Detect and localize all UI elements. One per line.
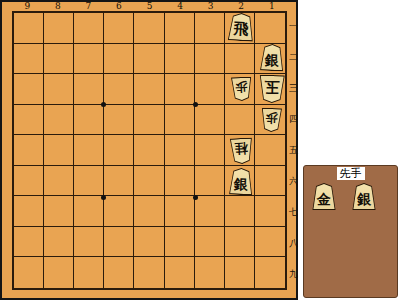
board-square-8-7[interactable] bbox=[44, 196, 74, 227]
board-square-6-1[interactable] bbox=[104, 13, 134, 44]
star-point bbox=[193, 195, 198, 200]
board-square-7-2[interactable] bbox=[74, 44, 104, 75]
piece-kanji: 桂 bbox=[234, 142, 248, 156]
file-label: 8 bbox=[43, 2, 74, 11]
rank-label: 一 bbox=[288, 11, 299, 42]
piece-gote-pawn-1-4[interactable]: 歩 bbox=[261, 107, 283, 132]
piece-gote-king-1-3[interactable]: 玉 bbox=[258, 74, 284, 102]
board-square-4-7[interactable] bbox=[165, 196, 195, 227]
board-square-3-5[interactable] bbox=[195, 135, 225, 166]
piece-kanji: 歩 bbox=[266, 111, 278, 123]
board-square-3-1[interactable] bbox=[195, 13, 225, 44]
board-square-8-6[interactable] bbox=[44, 166, 74, 197]
board-square-6-9[interactable] bbox=[104, 257, 134, 288]
board-square-1-1[interactable] bbox=[255, 13, 285, 44]
board-square-4-1[interactable] bbox=[165, 13, 195, 44]
board-square-5-9[interactable] bbox=[134, 257, 164, 288]
board-square-5-4[interactable] bbox=[134, 105, 164, 136]
board-square-5-5[interactable] bbox=[134, 135, 164, 166]
board-square-6-7[interactable] bbox=[104, 196, 134, 227]
piece-gote-knight-2-5[interactable]: 桂 bbox=[229, 137, 253, 164]
rank-label: 八 bbox=[288, 228, 299, 259]
board-square-8-4[interactable] bbox=[44, 105, 74, 136]
file-label: 2 bbox=[226, 2, 257, 11]
board-square-8-5[interactable] bbox=[44, 135, 74, 166]
board-square-2-7[interactable] bbox=[225, 196, 255, 227]
board-square-6-5[interactable] bbox=[104, 135, 134, 166]
star-point bbox=[193, 102, 198, 107]
file-label: 9 bbox=[12, 2, 43, 11]
sente-hand-panel: 先手 金銀 bbox=[303, 165, 398, 298]
board-square-5-3[interactable] bbox=[134, 74, 164, 105]
piece-kanji: 歩 bbox=[235, 80, 247, 92]
board-square-9-6[interactable] bbox=[14, 166, 44, 197]
board-square-4-4[interactable] bbox=[165, 105, 195, 136]
board-square-1-5[interactable] bbox=[255, 135, 285, 166]
piece-kanji: 玉 bbox=[264, 79, 279, 94]
rank-label: 二 bbox=[288, 42, 299, 73]
piece-kanji: 銀 bbox=[234, 176, 248, 190]
board-square-7-8[interactable] bbox=[74, 227, 104, 258]
board-square-8-2[interactable] bbox=[44, 44, 74, 75]
board-square-8-1[interactable] bbox=[44, 13, 74, 44]
rank-labels: 一二三四五六七八九 bbox=[288, 11, 299, 290]
board-square-4-8[interactable] bbox=[165, 227, 195, 258]
board-square-4-5[interactable] bbox=[165, 135, 195, 166]
board-square-9-7[interactable] bbox=[14, 196, 44, 227]
board-square-3-2[interactable] bbox=[195, 44, 225, 75]
board-square-3-6[interactable] bbox=[195, 166, 225, 197]
sente-hand-title: 先手 bbox=[337, 167, 365, 180]
file-label: 4 bbox=[165, 2, 196, 11]
board-square-4-3[interactable] bbox=[165, 74, 195, 105]
board-square-5-6[interactable] bbox=[134, 166, 164, 197]
board-square-7-1[interactable] bbox=[74, 13, 104, 44]
board-square-3-7[interactable] bbox=[195, 196, 225, 227]
file-label: 3 bbox=[195, 2, 226, 11]
rank-label: 五 bbox=[288, 135, 299, 166]
hand-piece-silver[interactable]: 銀 bbox=[352, 183, 376, 210]
board-square-8-3[interactable] bbox=[44, 74, 74, 105]
board-square-7-9[interactable] bbox=[74, 257, 104, 288]
board-square-2-2[interactable] bbox=[225, 44, 255, 75]
board-square-6-3[interactable] bbox=[104, 74, 134, 105]
board-square-5-1[interactable] bbox=[134, 13, 164, 44]
board-square-7-5[interactable] bbox=[74, 135, 104, 166]
board-square-4-2[interactable] bbox=[165, 44, 195, 75]
board-square-5-8[interactable] bbox=[134, 227, 164, 258]
board-square-6-8[interactable] bbox=[104, 227, 134, 258]
board-square-7-3[interactable] bbox=[74, 74, 104, 105]
board-square-1-9[interactable] bbox=[255, 257, 285, 288]
piece-kanji: 銀 bbox=[264, 52, 278, 66]
rank-label: 七 bbox=[288, 197, 299, 228]
board-square-9-2[interactable] bbox=[14, 44, 44, 75]
board-square-8-9[interactable] bbox=[44, 257, 74, 288]
rank-label: 四 bbox=[288, 104, 299, 135]
board-square-8-8[interactable] bbox=[44, 227, 74, 258]
board-square-6-6[interactable] bbox=[104, 166, 134, 197]
board-square-4-6[interactable] bbox=[165, 166, 195, 197]
board-square-3-4[interactable] bbox=[195, 105, 225, 136]
star-point bbox=[101, 102, 106, 107]
file-labels: 987654321 bbox=[12, 2, 287, 11]
board-square-7-7[interactable] bbox=[74, 196, 104, 227]
piece-sente-rook-2-1[interactable]: 飛 bbox=[227, 12, 254, 41]
file-label: 5 bbox=[134, 2, 165, 11]
board-square-1-7[interactable] bbox=[255, 196, 285, 227]
rank-label: 六 bbox=[288, 166, 299, 197]
board-square-1-6[interactable] bbox=[255, 166, 285, 197]
rank-label: 九 bbox=[288, 259, 299, 290]
piece-sente-silver-1-2[interactable]: 銀 bbox=[259, 44, 284, 72]
board-square-7-6[interactable] bbox=[74, 166, 104, 197]
shogi-diagram: 987654321 一二三四五六七八九 飛銀歩玉歩桂銀 先手 金銀 bbox=[0, 0, 400, 306]
board-square-9-4[interactable] bbox=[14, 105, 44, 136]
star-point bbox=[101, 195, 106, 200]
board-square-3-3[interactable] bbox=[195, 74, 225, 105]
file-label: 6 bbox=[104, 2, 135, 11]
board-square-2-9[interactable] bbox=[225, 257, 255, 288]
board-square-6-4[interactable] bbox=[104, 105, 134, 136]
hand-piece-gold[interactable]: 金 bbox=[312, 183, 336, 210]
board-square-2-4[interactable] bbox=[225, 105, 255, 136]
piece-gote-pawn-2-3[interactable]: 歩 bbox=[230, 76, 252, 101]
board-square-9-5[interactable] bbox=[14, 135, 44, 166]
board-square-5-7[interactable] bbox=[134, 196, 164, 227]
piece-kanji: 金 bbox=[317, 192, 331, 206]
board-square-4-9[interactable] bbox=[165, 257, 195, 288]
board-square-9-9[interactable] bbox=[14, 257, 44, 288]
file-label: 7 bbox=[73, 2, 104, 11]
board-square-9-8[interactable] bbox=[14, 227, 44, 258]
board-square-7-4[interactable] bbox=[74, 105, 104, 136]
board-square-6-2[interactable] bbox=[104, 44, 134, 75]
piece-sente-silver-2-6[interactable]: 銀 bbox=[229, 168, 254, 196]
shogi-board: 987654321 一二三四五六七八九 飛銀歩玉歩桂銀 bbox=[0, 0, 298, 300]
board-square-1-8[interactable] bbox=[255, 227, 285, 258]
rank-label: 三 bbox=[288, 73, 299, 104]
board-square-9-1[interactable] bbox=[14, 13, 44, 44]
board-square-9-3[interactable] bbox=[14, 74, 44, 105]
board-square-3-9[interactable] bbox=[195, 257, 225, 288]
piece-kanji: 銀 bbox=[357, 192, 371, 206]
file-label: 1 bbox=[257, 2, 288, 11]
board-square-3-8[interactable] bbox=[195, 227, 225, 258]
piece-kanji: 飛 bbox=[233, 21, 249, 37]
board-square-5-2[interactable] bbox=[134, 44, 164, 75]
board-square-2-8[interactable] bbox=[225, 227, 255, 258]
